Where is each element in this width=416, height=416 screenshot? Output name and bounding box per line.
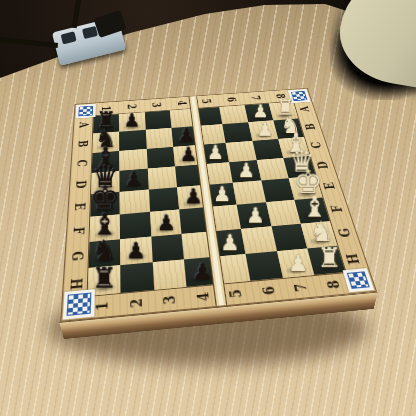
chessboard-scene: ♜♟♟♜♞♟♟♞♝♟♟♝♛♟♟♛♚♟♟♚♝♟♟♝♞♟♟♞♜♟♟♜ 1234567… [70,50,340,320]
checker-logo-icon [78,106,93,117]
piece-black-pawn[interactable]: ♟ [126,240,146,261]
square-D7[interactable] [256,158,288,181]
coordinate-label: 1 [97,99,115,117]
square-F6[interactable]: ♟ [237,202,271,228]
piece-white-pawn[interactable]: ♟ [288,253,308,275]
coordinate-label: 5 [196,93,216,111]
square-H2[interactable] [121,262,154,293]
square-E7[interactable] [261,178,294,202]
corner-sticker [75,104,95,119]
piece-white-pawn[interactable]: ♟ [238,161,256,180]
coordinate-label: 4 [172,94,191,112]
coordinate-label: A [291,102,320,116]
square-B6[interactable] [222,122,251,142]
piece-white-pawn[interactable]: ♟ [213,185,231,205]
board-face: ♜♟♟♜♞♟♟♞♝♟♟♝♛♟♟♛♚♟♟♚♝♟♟♝♞♟♟♞♜♟♟♜ 1234567… [60,88,377,322]
square-E3[interactable] [148,187,179,212]
piece-black-pawn[interactable]: ♟ [178,126,195,144]
square-H3[interactable] [152,259,186,290]
square-C3[interactable] [146,147,175,169]
square-D3[interactable] [147,166,176,189]
coordinate-label: B [68,136,96,151]
photo-scene: ♜♟♟♜♞♟♟♞♝♟♟♝♛♟♟♛♚♟♟♚♝♟♟♝♞♟♟♞♜♟♟♜ 1234567… [0,0,416,416]
square-G6[interactable] [241,226,276,254]
square-H1[interactable]: ♜ [88,265,121,296]
coordinate-label: B [296,119,326,134]
square-F5[interactable] [208,205,241,231]
piece-white-pawn[interactable]: ♟ [256,121,273,139]
square-D2[interactable]: ♟ [120,168,149,191]
square-B7[interactable]: ♟ [248,121,278,141]
coordinate-label: 7 [245,89,266,107]
coordinate-label: 6 [221,91,242,109]
piece-black-pawn[interactable]: ♟ [184,187,203,207]
square-F3[interactable]: ♟ [150,210,182,237]
square-G3[interactable] [151,234,184,262]
square-G2[interactable]: ♟ [120,236,152,265]
coordinate-label: C [302,137,333,152]
piece-white-rook[interactable]: ♜ [317,246,341,272]
piece-black-pawn[interactable]: ♟ [156,213,175,233]
piece-black-pawn[interactable]: ♟ [192,262,213,284]
checker-logo-icon [347,271,370,289]
coordinate-label: A [70,118,97,133]
piece-black-rook[interactable]: ♜ [92,266,117,292]
square-E2[interactable] [120,190,150,215]
folding-chessboard: ♜♟♟♜♞♟♟♞♝♟♟♝♛♟♟♛♚♟♟♚♝♟♟♝♞♟♟♞♜♟♟♜ 1234567… [60,88,377,322]
square-F2[interactable] [120,212,151,239]
piece-black-pawn[interactable]: ♟ [125,170,143,189]
piece-white-pawn[interactable]: ♟ [246,205,265,225]
piece-black-knight[interactable]: ♞ [92,238,117,265]
checker-logo-icon [67,293,92,316]
coordinate-label: 3 [147,96,166,114]
piece-white-pawn[interactable]: ♟ [220,232,240,253]
piece-white-knight[interactable]: ♞ [309,219,333,245]
square-B2[interactable] [119,130,146,151]
square-H8[interactable]: ♜ [307,246,345,275]
piece-black-pawn[interactable]: ♟ [180,145,197,163]
piece-white-pawn[interactable]: ♟ [207,143,224,161]
coordinate-label: 2 [122,98,140,116]
power-socket [61,31,77,44]
square-B3[interactable] [145,128,173,149]
